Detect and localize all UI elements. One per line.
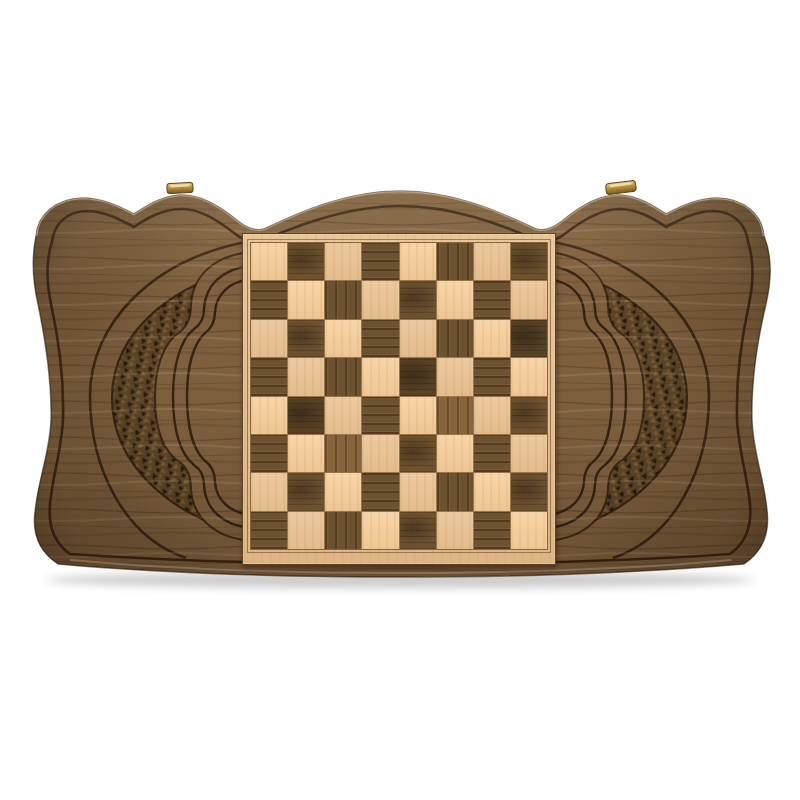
chessboard: [250, 242, 548, 550]
board-square: [325, 358, 361, 395]
board-square: [325, 512, 361, 549]
board-square: [474, 512, 510, 549]
board-square: [251, 512, 287, 549]
board-square: [437, 320, 473, 357]
board-square: [437, 512, 473, 549]
board-square: [288, 358, 324, 395]
board-square: [511, 512, 547, 549]
board-square: [437, 243, 473, 280]
board-square: [288, 281, 324, 318]
board-square: [362, 243, 398, 280]
board-square: [474, 281, 510, 318]
board-square: [400, 243, 436, 280]
board-square: [362, 320, 398, 357]
board-square: [325, 473, 361, 510]
board-square: [437, 397, 473, 434]
board-square: [437, 473, 473, 510]
board-square: [251, 435, 287, 472]
board-square: [288, 473, 324, 510]
board-square: [511, 281, 547, 318]
board-square: [474, 435, 510, 472]
board-square: [288, 243, 324, 280]
board-square: [511, 473, 547, 510]
board-square: [400, 320, 436, 357]
board-square: [400, 397, 436, 434]
board-square: [511, 358, 547, 395]
board-square: [251, 243, 287, 280]
board-square: [474, 358, 510, 395]
board-square: [251, 281, 287, 318]
board-square: [251, 473, 287, 510]
board-square: [511, 397, 547, 434]
board-square: [362, 397, 398, 434]
right-hinge: [605, 180, 636, 195]
board-square: [325, 435, 361, 472]
chessboard-panel: [242, 233, 556, 565]
board-square: [325, 320, 361, 357]
board-square: [325, 243, 361, 280]
board-square: [288, 512, 324, 549]
board-square: [437, 435, 473, 472]
board-square: [474, 243, 510, 280]
board-square: [400, 435, 436, 472]
left-hinge: [167, 182, 193, 193]
board-square: [511, 435, 547, 472]
board-square: [474, 473, 510, 510]
board-square: [362, 512, 398, 549]
board-square: [288, 435, 324, 472]
board-square: [400, 358, 436, 395]
board-square: [437, 281, 473, 318]
board-square: [288, 397, 324, 434]
board-square: [362, 435, 398, 472]
board-square: [251, 358, 287, 395]
board-square: [400, 512, 436, 549]
board-square: [511, 243, 547, 280]
product-photo: [0, 0, 800, 800]
board-square: [251, 320, 287, 357]
board-square: [511, 320, 547, 357]
board-square: [437, 358, 473, 395]
board-square: [251, 397, 287, 434]
board-square: [474, 397, 510, 434]
board-square: [362, 473, 398, 510]
board-square: [288, 320, 324, 357]
board-square: [474, 320, 510, 357]
board-square: [400, 473, 436, 510]
board-square: [362, 281, 398, 318]
board-square: [325, 281, 361, 318]
board-square: [325, 397, 361, 434]
board-square: [362, 358, 398, 395]
board-square: [400, 281, 436, 318]
